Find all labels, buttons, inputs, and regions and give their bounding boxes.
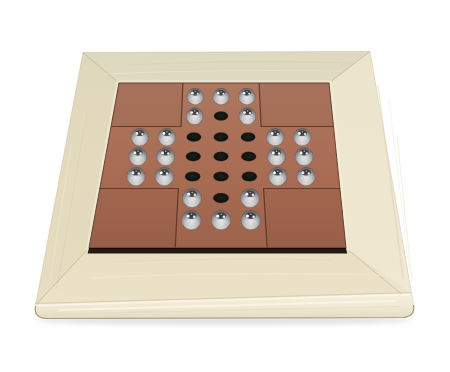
marble-r3c6[interactable]	[266, 128, 284, 146]
hole-r3c4[interactable]	[214, 132, 229, 141]
hole-r4c3[interactable]	[186, 152, 201, 161]
hole-r5c3[interactable]	[185, 172, 200, 182]
hole-r2c4[interactable]	[214, 112, 228, 121]
hole-r5c4[interactable]	[213, 172, 228, 182]
marble-r5c1[interactable]	[127, 167, 146, 186]
solitaire-board-photo: Wooden marble solitaire board	[0, 0, 450, 372]
marble-r1c3[interactable]	[187, 88, 204, 105]
marble-r3c1[interactable]	[131, 128, 149, 146]
marble-r4c6[interactable]	[267, 147, 285, 165]
marble-r7c5[interactable]	[241, 210, 261, 230]
marble-r6c3[interactable]	[182, 188, 201, 207]
marble-r2c5[interactable]	[239, 107, 256, 124]
hole-r3c3[interactable]	[187, 132, 202, 141]
marble-r5c7[interactable]	[297, 167, 316, 186]
marble-r4c7[interactable]	[295, 147, 313, 165]
marble-r4c1[interactable]	[129, 147, 147, 165]
marble-r4c2[interactable]	[157, 147, 175, 165]
marble-r5c2[interactable]	[155, 167, 174, 186]
marble-r1c4[interactable]	[213, 88, 230, 105]
board-scene: Wooden marble solitaire board	[0, 0, 450, 372]
marble-r1c5[interactable]	[239, 88, 256, 105]
hole-r5c5[interactable]	[242, 172, 257, 182]
marble-r7c3[interactable]	[182, 210, 202, 230]
hole-r4c4[interactable]	[214, 152, 229, 161]
marble-r7c4[interactable]	[211, 210, 231, 230]
marble-r3c2[interactable]	[158, 128, 176, 146]
marble-r6c5[interactable]	[240, 188, 259, 207]
marble-r2c3[interactable]	[186, 107, 203, 124]
hole-r4c5[interactable]	[241, 152, 256, 161]
marble-r3c7[interactable]	[293, 128, 311, 146]
frame-top-band	[83, 52, 370, 84]
marble-r5c6[interactable]	[268, 167, 287, 186]
hole-r3c5[interactable]	[241, 132, 256, 141]
hole-r6c4[interactable]	[213, 193, 229, 203]
